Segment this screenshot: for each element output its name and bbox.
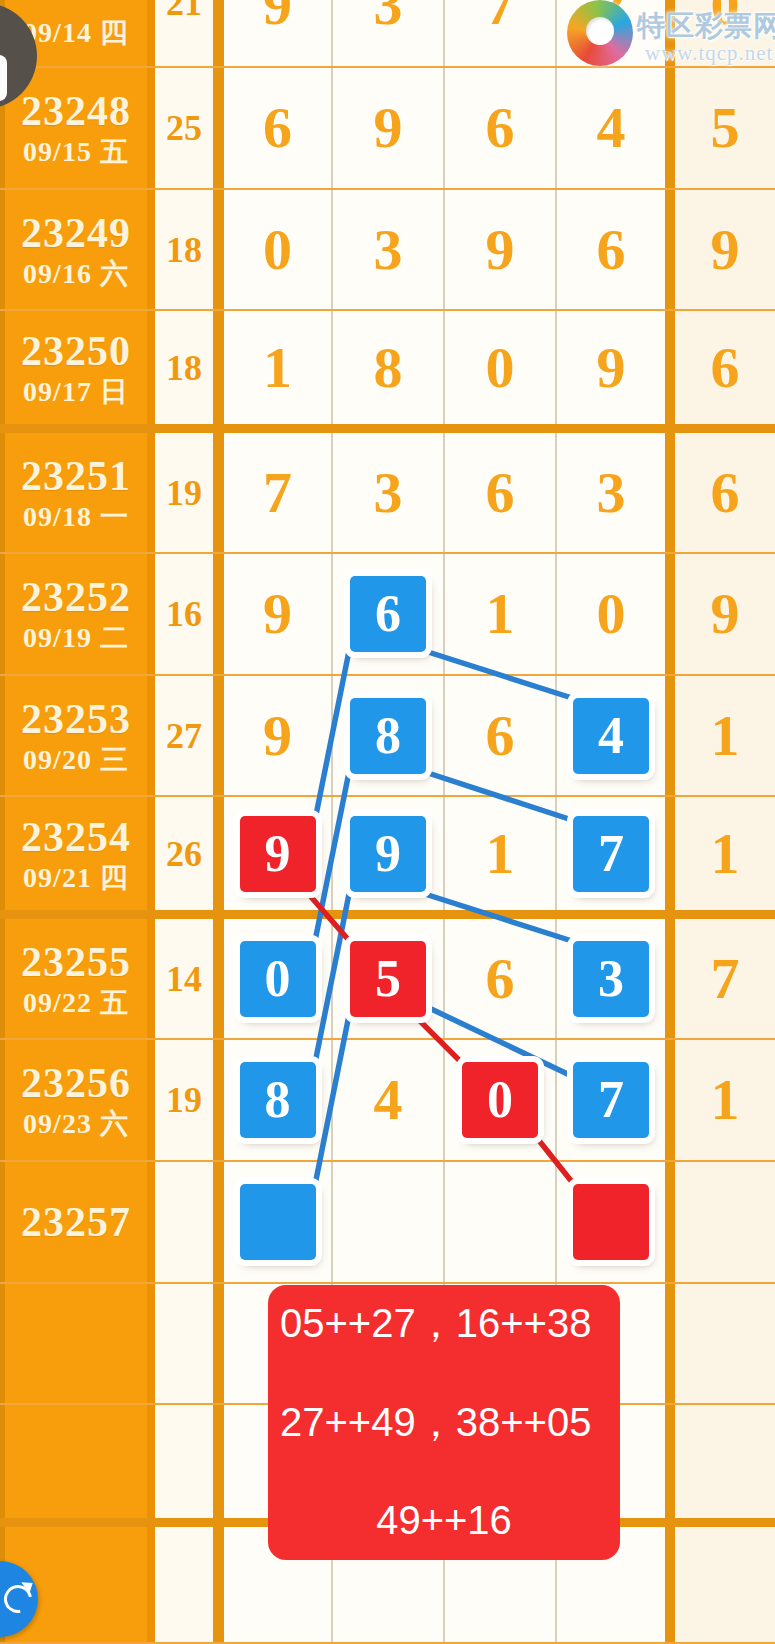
digit-cell-pos5 [665, 1527, 775, 1642]
digit-value: 1 [486, 585, 515, 643]
digit-cell-pos4: 0 [555, 554, 665, 674]
draw-date: 09/22 五 [23, 989, 129, 1017]
digit-value: 6 [711, 464, 740, 522]
draw-number: 23251 [21, 455, 131, 497]
highlight-square-blue: 9 [350, 816, 426, 892]
digit-cell-pos5: 5 [665, 68, 775, 188]
draw-date: 09/17 日 [23, 378, 129, 406]
digit-value: 6 [486, 707, 515, 765]
highlight-square-blue: 0 [240, 941, 316, 1017]
digit-cell-pos5: 9 [665, 554, 775, 674]
digit-value: 9 [263, 707, 292, 765]
digit-cell-pos2: 9 [331, 68, 443, 188]
digit-value: 9 [486, 221, 515, 279]
sum-value: 21 [166, 0, 202, 21]
draw-label-cell: 2325209/19 二 [0, 554, 155, 674]
digit-cell-pos3: 1 [443, 554, 555, 674]
digit-value: 3 [597, 464, 626, 522]
draw-label-cell [0, 1284, 155, 1403]
digit-cell-pos3: 6 [443, 919, 555, 1038]
sum-cell: 27 [155, 676, 213, 795]
digit-cell-pos2: 9 [331, 797, 443, 910]
digit-cell-pos3: 6 [443, 676, 555, 795]
digit-value: 1 [711, 825, 740, 883]
digit-cell-pos5 [665, 1284, 775, 1403]
digit-value: 9 [711, 585, 740, 643]
highlight-square-blue: 8 [350, 698, 426, 774]
sum-value: 19 [166, 1082, 202, 1118]
digit-value: 1 [711, 1071, 740, 1129]
draw-label-cell: 2325509/22 五 [0, 919, 155, 1038]
digit-cell-pos1 [213, 1162, 331, 1282]
highlighted-digit: 8 [375, 710, 401, 762]
digit-value: 6 [711, 339, 740, 397]
digit-value: 7 [263, 464, 292, 522]
highlighted-digit: 9 [375, 828, 401, 880]
digit-value: 4 [374, 1071, 403, 1129]
digit-cell-pos5: 6 [665, 433, 775, 552]
draw-label-cell: 2325109/18 一 [0, 433, 155, 552]
digit-value: 9 [711, 221, 740, 279]
digit-value: 6 [486, 464, 515, 522]
draw-date: 09/20 三 [23, 746, 129, 774]
digit-cell-pos5: 1 [665, 1040, 775, 1160]
digit-cell-pos1: 1 [213, 311, 331, 424]
site-watermark[interactable]: 特区彩票网 www.tqcp.net [560, 0, 775, 72]
site-url: www.tqcp.net [645, 41, 773, 66]
highlighted-digit: 7 [598, 828, 624, 880]
digit-cell-pos1: 9 [213, 676, 331, 795]
digit-cell-pos4: 4 [555, 676, 665, 795]
digit-cell-pos3: 0 [443, 1040, 555, 1160]
digit-value: 6 [597, 221, 626, 279]
digit-cell-pos2: 4 [331, 1040, 443, 1160]
site-logo-swirl-icon [567, 0, 633, 66]
draw-number: 23254 [21, 816, 131, 858]
sum-cell [155, 1284, 213, 1403]
draw-number: 23253 [21, 698, 131, 740]
digit-cell-pos1: 0 [213, 919, 331, 1038]
sum-value: 18 [166, 350, 202, 386]
table-row: 2325109/18 一1973636 [0, 433, 775, 554]
digit-value: 6 [486, 99, 515, 157]
draw-label-cell: 23257 [0, 1162, 155, 1282]
digit-cell-pos3: 6 [443, 68, 555, 188]
draw-number: 23255 [21, 941, 131, 983]
sum-value: 19 [166, 475, 202, 511]
digit-cell-pos3: 1 [443, 797, 555, 910]
digit-cell-pos2 [331, 1162, 443, 1282]
draw-number: 23256 [21, 1062, 131, 1104]
sum-cell: 21 [155, 0, 213, 66]
draw-date: 09/18 一 [23, 503, 129, 531]
digit-value: 3 [374, 0, 403, 34]
digit-value: 6 [486, 950, 515, 1008]
digit-value: 7 [486, 0, 515, 34]
highlighted-digit: 8 [265, 1074, 291, 1126]
table-row: 2325209/19 二1696109 [0, 554, 775, 676]
sum-value: 18 [166, 232, 202, 268]
prediction-annotation-box: 05++27，16++38 27++49，38++05 49++16 [268, 1285, 620, 1560]
sum-cell: 16 [155, 554, 213, 674]
sum-cell [155, 1405, 213, 1518]
sum-value: 16 [166, 596, 202, 632]
digit-value: 0 [486, 339, 515, 397]
annotation-line-3: 49++16 [280, 1498, 608, 1542]
annotation-line-2: 27++49，38++05 [280, 1400, 608, 1444]
digit-cell-pos3: 9 [443, 190, 555, 309]
sum-cell: 14 [155, 919, 213, 1038]
digit-value: 0 [597, 585, 626, 643]
digit-cell-pos3 [443, 1162, 555, 1282]
sum-cell [155, 1162, 213, 1282]
highlighted-digit: 3 [598, 953, 624, 1005]
lottery-trend-chart-page: 09/14 四21937202324809/15 五25696452324909… [0, 0, 775, 1644]
digit-cell-pos2: 3 [331, 190, 443, 309]
highlighted-digit: 6 [375, 588, 401, 640]
table-row: 2325509/22 五1405637 [0, 919, 775, 1040]
highlight-square-blue: 8 [240, 1062, 316, 1138]
digit-value: 8 [374, 339, 403, 397]
digit-value: 0 [263, 221, 292, 279]
highlighted-digit: 0 [265, 953, 291, 1005]
sum-value: 26 [166, 836, 202, 872]
digit-value: 5 [711, 99, 740, 157]
table-row: 2325409/21 四2699171 [0, 797, 775, 919]
highlighted-digit: 5 [375, 953, 401, 1005]
digit-value: 4 [597, 99, 626, 157]
table-row: 2325609/23 六1984071 [0, 1040, 775, 1162]
sum-cell: 25 [155, 68, 213, 188]
table-row: 2325309/20 三2798641 [0, 676, 775, 797]
digit-value: 9 [374, 99, 403, 157]
draw-date: 09/19 二 [23, 624, 129, 652]
draw-number: 23257 [21, 1201, 131, 1243]
digit-value: 3 [374, 464, 403, 522]
sum-value: 27 [166, 718, 202, 754]
draw-date: 09/21 四 [23, 864, 129, 892]
digit-cell-pos2: 3 [331, 0, 443, 66]
highlight-square-blue [240, 1184, 316, 1260]
draw-date: 09/14 四 [23, 19, 129, 47]
digit-value: 9 [263, 585, 292, 643]
digit-cell-pos5 [665, 1405, 775, 1518]
digit-cell-pos4: 3 [555, 919, 665, 1038]
digit-cell-pos2: 5 [331, 919, 443, 1038]
digit-cell-pos5: 7 [665, 919, 775, 1038]
digit-cell-pos1: 0 [213, 190, 331, 309]
highlighted-digit: 4 [598, 710, 624, 762]
digit-cell-pos5: 9 [665, 190, 775, 309]
digit-cell-pos3: 6 [443, 433, 555, 552]
site-name: 特区彩票网 [637, 7, 775, 45]
highlight-square-blue: 6 [350, 576, 426, 652]
digit-cell-pos1: 7 [213, 433, 331, 552]
digit-cell-pos4 [555, 1162, 665, 1282]
digit-value: 9 [597, 339, 626, 397]
draw-label-cell: 2325309/20 三 [0, 676, 155, 795]
sum-cell [155, 1527, 213, 1642]
table-row: 2324809/15 五2569645 [0, 68, 775, 190]
table-row: 2324909/16 六1803969 [0, 190, 775, 311]
digit-cell-pos4: 7 [555, 1040, 665, 1160]
sum-cell: 18 [155, 190, 213, 309]
digit-cell-pos1: 9 [213, 554, 331, 674]
highlight-square-red: 0 [462, 1062, 538, 1138]
draw-date: 09/16 六 [23, 260, 129, 288]
highlight-square-red: 9 [240, 816, 316, 892]
table-row: 2325009/17 日1818096 [0, 311, 775, 433]
draw-label-cell: 2325409/21 四 [0, 797, 155, 910]
digit-value: 1 [711, 707, 740, 765]
highlighted-digit: 0 [487, 1074, 513, 1126]
annotation-line-1: 05++27，16++38 [280, 1301, 608, 1345]
draw-number: 23252 [21, 576, 131, 618]
sum-value: 25 [166, 110, 202, 146]
digit-cell-pos5 [665, 1162, 775, 1282]
digit-cell-pos1: 9 [213, 0, 331, 66]
digit-value: 1 [486, 825, 515, 883]
digit-cell-pos5: 1 [665, 797, 775, 910]
draw-number: 23250 [21, 330, 131, 372]
draw-date: 09/15 五 [23, 138, 129, 166]
digit-cell-pos2: 8 [331, 311, 443, 424]
digit-value: 7 [711, 950, 740, 1008]
digit-cell-pos1: 9 [213, 797, 331, 910]
digit-cell-pos2: 6 [331, 554, 443, 674]
digit-cell-pos4: 4 [555, 68, 665, 188]
highlighted-digit: 9 [265, 828, 291, 880]
sum-cell: 18 [155, 311, 213, 424]
floating-widget-handle [0, 55, 7, 101]
digit-cell-pos3: 0 [443, 311, 555, 424]
digit-value: 6 [263, 99, 292, 157]
digit-value: 1 [263, 339, 292, 397]
sum-value: 14 [166, 961, 202, 997]
digit-cell-pos1: 8 [213, 1040, 331, 1160]
digit-cell-pos1: 6 [213, 68, 331, 188]
sum-cell: 19 [155, 433, 213, 552]
highlight-square-blue: 7 [573, 816, 649, 892]
draw-label-cell: 2324909/16 六 [0, 190, 155, 309]
draw-label-cell [0, 1405, 155, 1518]
digit-value: 3 [374, 221, 403, 279]
digit-value: 9 [263, 0, 292, 34]
draw-label-cell: 2325009/17 日 [0, 311, 155, 424]
digit-cell-pos5: 6 [665, 311, 775, 424]
table-row: 23257 [0, 1162, 775, 1284]
draw-date: 09/23 六 [23, 1110, 129, 1138]
digit-cell-pos2: 8 [331, 676, 443, 795]
digit-cell-pos4: 6 [555, 190, 665, 309]
highlighted-digit: 7 [598, 1074, 624, 1126]
digit-cell-pos5: 1 [665, 676, 775, 795]
draw-number: 23249 [21, 212, 131, 254]
digit-cell-pos3: 7 [443, 0, 555, 66]
sum-cell: 26 [155, 797, 213, 910]
draw-label-cell: 2325609/23 六 [0, 1040, 155, 1160]
highlight-square-blue: 4 [573, 698, 649, 774]
highlight-square-red [573, 1184, 649, 1260]
highlight-square-blue: 3 [573, 941, 649, 1017]
highlight-square-blue: 7 [573, 1062, 649, 1138]
draw-number: 23248 [21, 90, 131, 132]
digit-cell-pos2: 3 [331, 433, 443, 552]
digit-cell-pos4: 3 [555, 433, 665, 552]
digit-cell-pos4: 9 [555, 311, 665, 424]
sum-cell: 19 [155, 1040, 213, 1160]
highlight-square-red: 5 [350, 941, 426, 1017]
digit-cell-pos4: 7 [555, 797, 665, 910]
